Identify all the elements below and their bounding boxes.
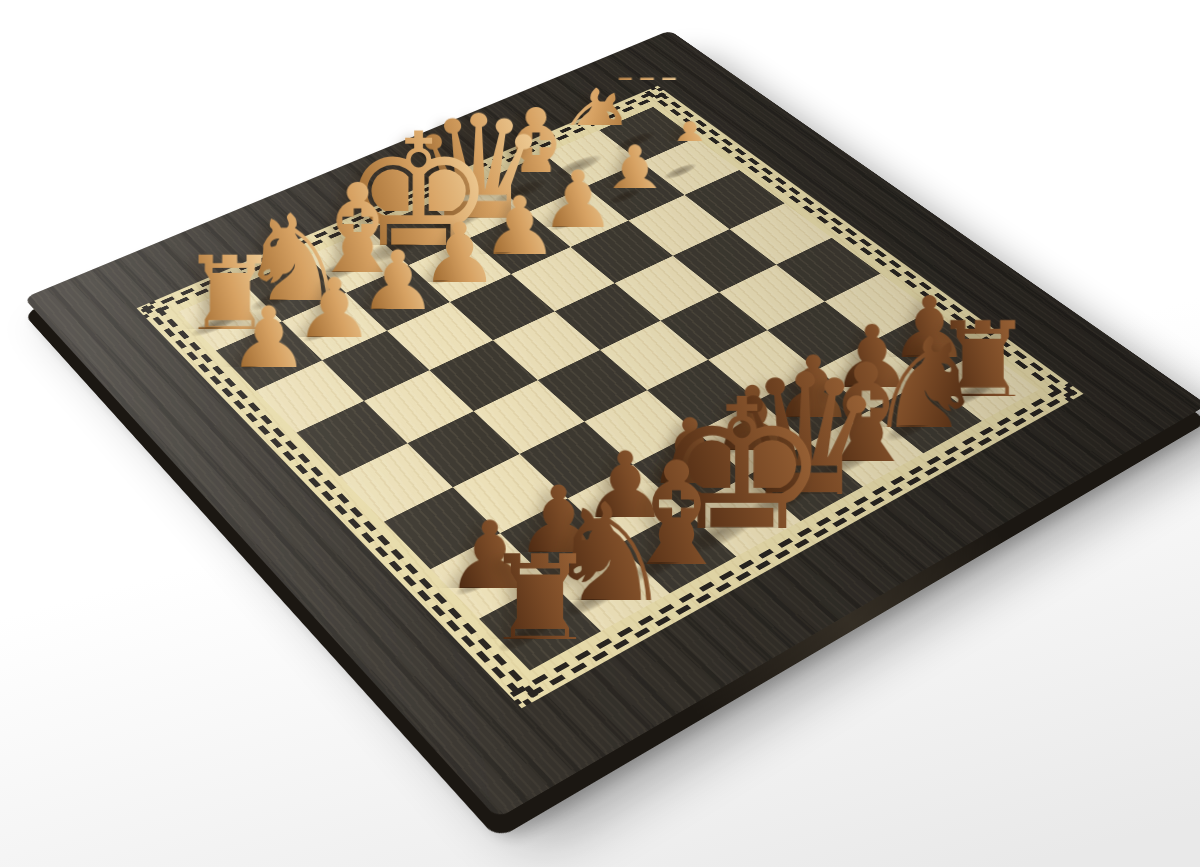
scene: ♜♞♝♚♛♝♞♜♟♟♟♟♟♟♟♟♟♟♟♟♟♟♟♟♜♞♝♚♛♝♞♜	[0, 0, 1200, 867]
piece-white-pawn[interactable]: ♟	[153, 144, 384, 375]
chess-board: ♜♞♝♚♛♝♞♜♟♟♟♟♟♟♟♟♟♟♟♟♟♟♟♟♜♞♝♚♛♝♞♜	[24, 30, 1200, 818]
piece-black-rook[interactable]: ♜	[409, 385, 671, 647]
photo-backdrop: ♜♞♝♚♛♝♞♜♟♟♟♟♟♟♟♟♟♟♟♟♟♟♟♟♜♞♝♚♛♝♞♜	[0, 0, 1200, 867]
